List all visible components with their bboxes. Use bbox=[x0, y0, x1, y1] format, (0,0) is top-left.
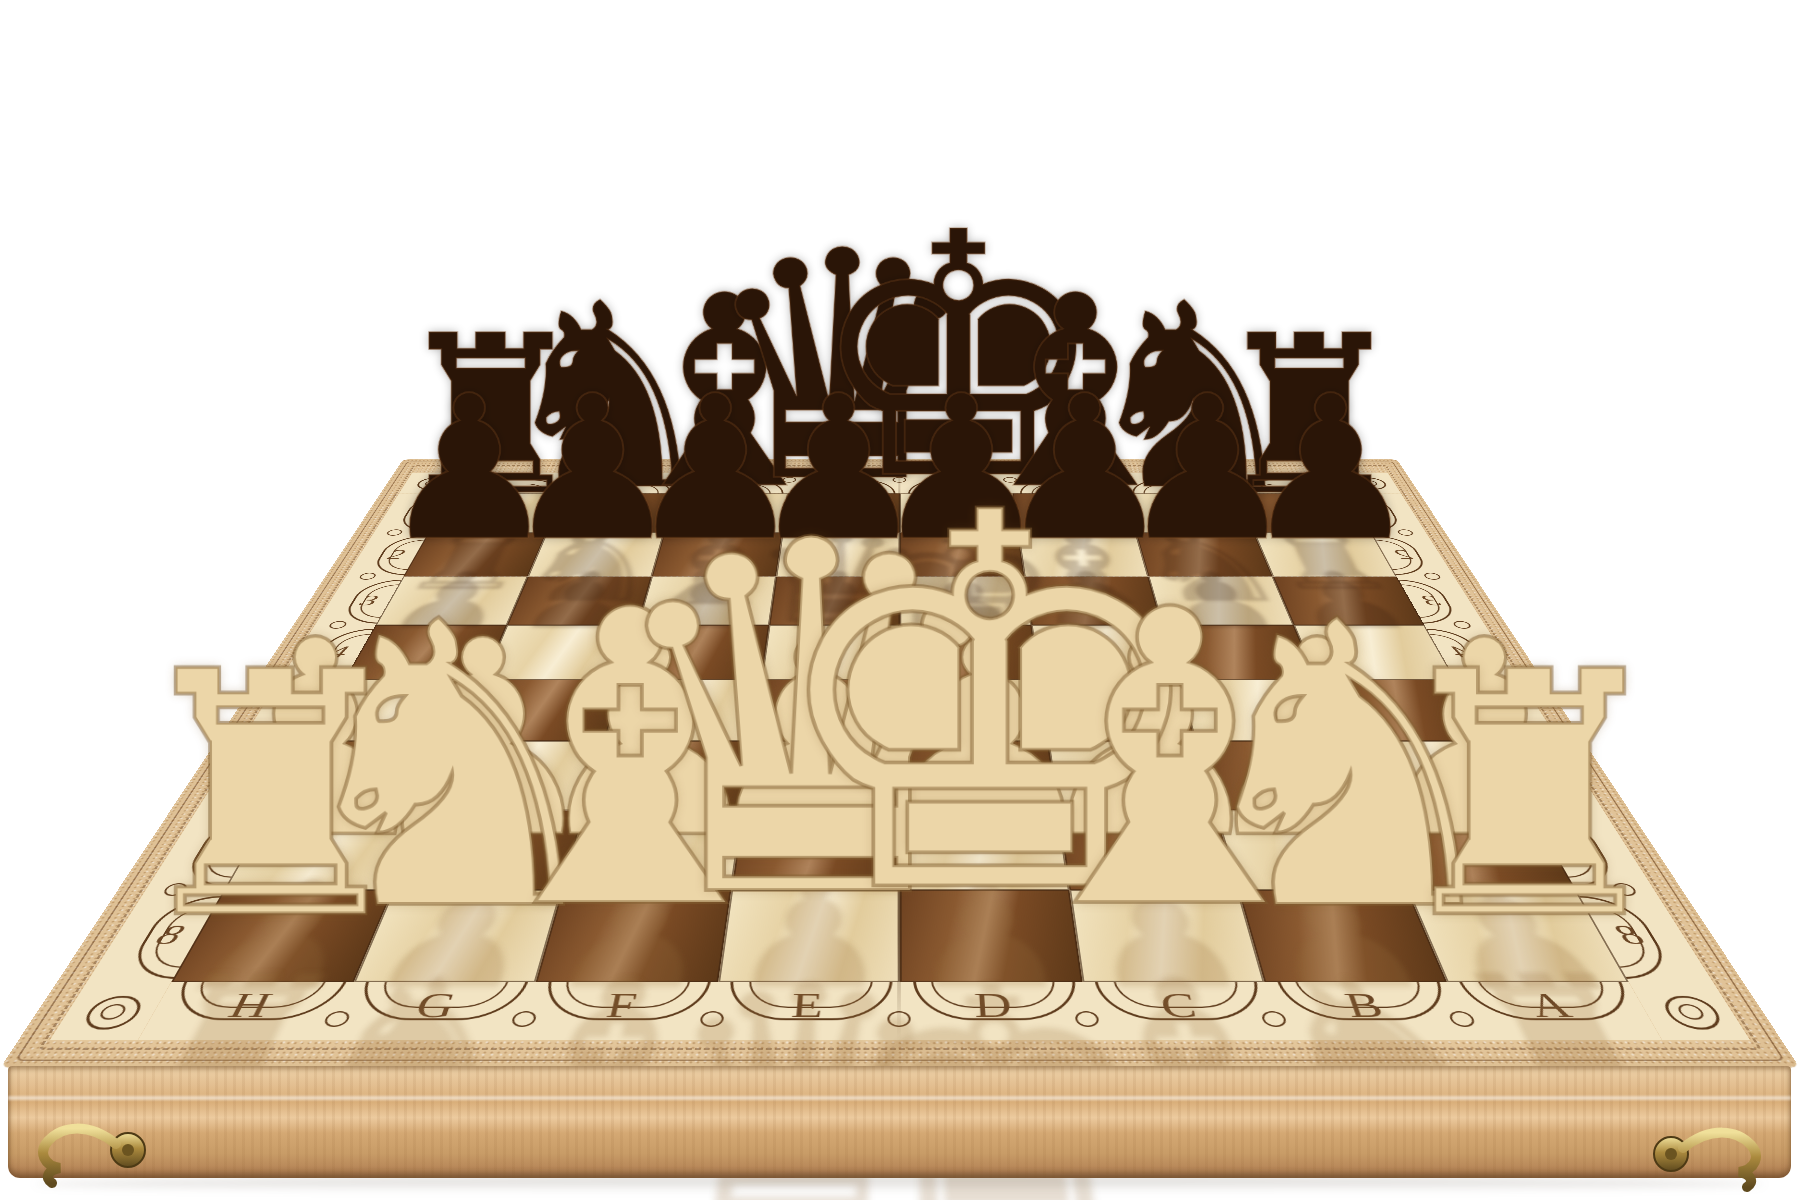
scallop-cell bbox=[675, 473, 790, 494]
brass-latch-right-icon bbox=[1641, 1118, 1777, 1192]
file-label-F: F bbox=[523, 986, 717, 1026]
scallop-cell: E bbox=[709, 982, 900, 1040]
rank-label-right-4: 4 bbox=[1435, 642, 1486, 661]
scallop-band-bottom-file-labels: HGFEDCBA bbox=[137, 982, 1661, 1040]
file-label-D: D bbox=[900, 986, 1088, 1026]
scallop-arc-inner bbox=[582, 484, 662, 494]
scallop-arc-inner bbox=[919, 484, 996, 494]
scallop-arc bbox=[1238, 479, 1344, 494]
rank-label-right-3: 3 bbox=[1406, 592, 1454, 609]
scallop-cell bbox=[1228, 473, 1349, 494]
scallop-arc-inner bbox=[806, 484, 883, 494]
scallop-cell: D bbox=[900, 982, 1091, 1040]
scallop-arc bbox=[1128, 479, 1232, 494]
case-front-panel bbox=[8, 1066, 1791, 1178]
scallop-arc bbox=[683, 479, 785, 494]
file-label-H: H bbox=[146, 986, 352, 1026]
scallop-cell bbox=[900, 473, 1012, 494]
rank-label-left-1: 1 bbox=[400, 506, 442, 520]
scallop-arc-inner bbox=[1029, 484, 1107, 494]
file-label-E: E bbox=[711, 986, 899, 1026]
rank-label-right-2: 2 bbox=[1381, 547, 1426, 562]
scallop-cell: G bbox=[328, 982, 535, 1040]
scallop-arc-inner bbox=[1251, 484, 1332, 494]
case-shadow bbox=[34, 1176, 1765, 1192]
scallop-band-top bbox=[451, 473, 1349, 494]
scallop-cell bbox=[787, 473, 899, 494]
rank-label-right-5: 5 bbox=[1468, 699, 1523, 720]
rank-label-left-3: 3 bbox=[345, 592, 393, 609]
scallop-arc bbox=[571, 479, 675, 494]
file-label-B: B bbox=[1265, 986, 1465, 1026]
scallop-cell bbox=[1118, 473, 1236, 494]
scallop-arc-inner bbox=[1140, 484, 1220, 494]
scallop-cell bbox=[451, 473, 572, 494]
scallop-cell: C bbox=[1082, 982, 1281, 1040]
scallop-arc bbox=[907, 479, 1007, 494]
scallop-cell: H bbox=[137, 982, 353, 1040]
scallop-arc bbox=[458, 479, 564, 494]
file-label-G: G bbox=[334, 986, 534, 1026]
scallop-cell bbox=[1009, 473, 1124, 494]
scallop-cell: B bbox=[1264, 982, 1471, 1040]
scallop-arc bbox=[795, 479, 895, 494]
rank-label-left-2: 2 bbox=[374, 547, 419, 562]
scallop-cell: A bbox=[1446, 982, 1662, 1040]
scallop-arc bbox=[1018, 479, 1120, 494]
file-label-C: C bbox=[1082, 986, 1276, 1026]
product-photo-scene: HGFEDCBA 12345678 12345678 ♜♞♝♛♚♝♞♜♟♟♟♟♟… bbox=[0, 0, 1799, 1200]
scallop-cell: F bbox=[518, 982, 717, 1040]
scallop-arc-inner bbox=[469, 484, 550, 494]
rank-label-left-4: 4 bbox=[313, 642, 364, 661]
file-label-A: A bbox=[1448, 986, 1654, 1026]
scallop-cell bbox=[563, 473, 681, 494]
scallop-arc-inner bbox=[694, 484, 772, 494]
brass-latch-left-icon bbox=[22, 1114, 158, 1188]
chessboard-top-face: HGFEDCBA 12345678 12345678 ♜♞♝♛♚♝♞♜♟♟♟♟♟… bbox=[0, 459, 1799, 1068]
rank-label-right-1: 1 bbox=[1357, 506, 1399, 520]
